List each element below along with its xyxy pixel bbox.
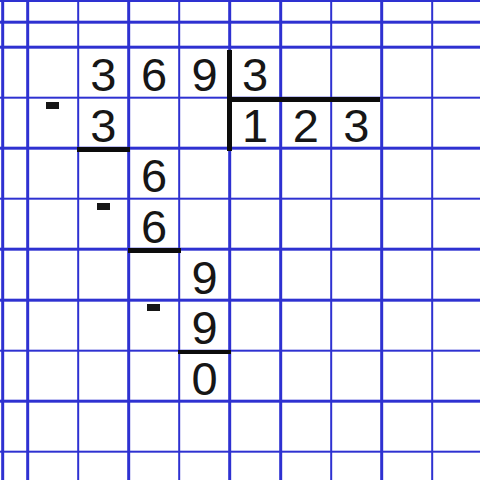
- minus-dash: [97, 203, 110, 210]
- top-grid-line: [0, 0, 480, 2]
- minus-sign-cell: [28, 98, 79, 149]
- digit-cell: 3: [230, 47, 281, 98]
- digit-cell: 6: [129, 47, 180, 98]
- digit-cell: 2: [280, 98, 331, 149]
- quotient-line: [227, 97, 380, 102]
- digit-cell: 3: [78, 98, 129, 149]
- digit-cell: 9: [179, 47, 230, 98]
- squared-paper-worksheet: 3693312366990: [0, 0, 480, 480]
- digit-cell: 3: [78, 47, 129, 98]
- minus-dash: [46, 102, 59, 109]
- digit-cell: 3: [331, 98, 382, 149]
- subtraction-line: [77, 147, 130, 152]
- digit-cell: 6: [129, 199, 180, 250]
- digit-cell: 6: [129, 148, 180, 199]
- digit-cell: 0: [179, 351, 230, 402]
- minus-sign-cell: [129, 300, 180, 351]
- digit-cell: 9: [179, 249, 230, 300]
- digit-cell: 1: [230, 98, 281, 149]
- minus-dash: [147, 304, 160, 311]
- subtraction-line: [128, 248, 181, 253]
- subtraction-line: [178, 350, 231, 355]
- minus-sign-cell: [78, 199, 129, 250]
- digit-cell: 9: [179, 300, 230, 351]
